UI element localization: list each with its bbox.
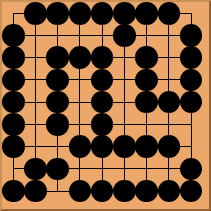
- intersection-r5c1[interactable]: [2, 91, 24, 113]
- intersection-r5c8[interactable]: [158, 91, 180, 113]
- intersection-r8c4[interactable]: [69, 158, 91, 180]
- black-stone: [158, 2, 181, 25]
- intersection-r4c2[interactable]: [24, 69, 46, 91]
- intersection-r8c9[interactable]: [180, 158, 202, 180]
- black-stone: [91, 2, 114, 25]
- intersection-r2c5[interactable]: [91, 24, 113, 46]
- intersection-r5c9[interactable]: [180, 91, 202, 113]
- intersection-r1c5[interactable]: [91, 2, 113, 24]
- intersection-r4c6[interactable]: [113, 69, 135, 91]
- black-stone: [91, 46, 114, 69]
- intersection-r3c6[interactable]: [113, 47, 135, 69]
- black-stone: [46, 69, 69, 92]
- intersection-r8c2[interactable]: [24, 158, 46, 180]
- black-stone: [135, 69, 158, 92]
- intersection-r6c8[interactable]: [158, 113, 180, 135]
- black-stone: [158, 135, 181, 158]
- intersection-r3c4[interactable]: [69, 47, 91, 69]
- black-stone: [69, 2, 92, 25]
- intersection-r7c6[interactable]: [113, 136, 135, 158]
- intersection-r8c8[interactable]: [158, 158, 180, 180]
- black-stone: [135, 135, 158, 158]
- intersection-r4c7[interactable]: [136, 69, 158, 91]
- intersection-r9c6[interactable]: [113, 180, 135, 202]
- intersection-r5c6[interactable]: [113, 91, 135, 113]
- intersection-r6c3[interactable]: [47, 113, 69, 135]
- intersection-r7c2[interactable]: [24, 136, 46, 158]
- intersection-r3c7[interactable]: [136, 47, 158, 69]
- intersection-r1c2[interactable]: [24, 2, 46, 24]
- intersection-r5c7[interactable]: [136, 91, 158, 113]
- black-stone: [91, 91, 114, 114]
- black-stone: [158, 180, 181, 203]
- intersection-r8c7[interactable]: [136, 158, 158, 180]
- intersection-r4c9[interactable]: [180, 69, 202, 91]
- black-stone: [24, 158, 47, 181]
- intersection-r2c7[interactable]: [136, 24, 158, 46]
- intersection-r9c7[interactable]: [136, 180, 158, 202]
- intersection-r9c1[interactable]: [2, 180, 24, 202]
- intersection-r1c4[interactable]: [69, 2, 91, 24]
- screenshot-root: [0, 0, 211, 211]
- intersection-r1c3[interactable]: [47, 2, 69, 24]
- intersection-r6c9[interactable]: [180, 113, 202, 135]
- intersection-r9c2[interactable]: [24, 180, 46, 202]
- intersection-r2c2[interactable]: [24, 24, 46, 46]
- black-stone: [135, 2, 158, 25]
- black-stone: [113, 24, 136, 47]
- intersection-r7c9[interactable]: [180, 136, 202, 158]
- intersection-r7c3[interactable]: [47, 136, 69, 158]
- black-stone: [46, 113, 69, 136]
- intersection-r4c3[interactable]: [47, 69, 69, 91]
- intersection-r3c5[interactable]: [91, 47, 113, 69]
- intersection-r7c7[interactable]: [136, 136, 158, 158]
- black-stone: [2, 113, 25, 136]
- intersection-r4c1[interactable]: [2, 69, 24, 91]
- black-stone: [24, 180, 47, 203]
- intersection-r6c7[interactable]: [136, 113, 158, 135]
- intersection-r7c5[interactable]: [91, 136, 113, 158]
- intersection-r1c6[interactable]: [113, 2, 135, 24]
- board-intersections: [2, 2, 202, 202]
- black-stone: [69, 46, 92, 69]
- black-stone: [180, 158, 203, 181]
- intersection-r7c4[interactable]: [69, 136, 91, 158]
- intersection-r8c3[interactable]: [47, 158, 69, 180]
- black-stone: [180, 91, 203, 114]
- black-stone: [2, 180, 25, 203]
- go-board: [0, 0, 211, 211]
- black-stone: [46, 91, 69, 114]
- intersection-r6c4[interactable]: [69, 113, 91, 135]
- intersection-r1c9[interactable]: [180, 2, 202, 24]
- black-stone: [180, 180, 203, 203]
- intersection-r8c1[interactable]: [2, 158, 24, 180]
- intersection-r4c8[interactable]: [158, 69, 180, 91]
- intersection-r5c3[interactable]: [47, 91, 69, 113]
- black-stone: [180, 69, 203, 92]
- intersection-r1c8[interactable]: [158, 2, 180, 24]
- black-stone: [113, 180, 136, 203]
- intersection-r6c1[interactable]: [2, 113, 24, 135]
- black-stone: [91, 180, 114, 203]
- intersection-r5c4[interactable]: [69, 91, 91, 113]
- intersection-r2c6[interactable]: [113, 24, 135, 46]
- intersection-r3c3[interactable]: [47, 47, 69, 69]
- intersection-r2c4[interactable]: [69, 24, 91, 46]
- intersection-r1c7[interactable]: [136, 2, 158, 24]
- intersection-r2c8[interactable]: [158, 24, 180, 46]
- black-stone: [180, 24, 203, 47]
- intersection-r9c9[interactable]: [180, 180, 202, 202]
- black-stone: [135, 91, 158, 114]
- intersection-r5c2[interactable]: [24, 91, 46, 113]
- intersection-r5c5[interactable]: [91, 91, 113, 113]
- intersection-r9c5[interactable]: [91, 180, 113, 202]
- black-stone: [135, 180, 158, 203]
- intersection-r1c1[interactable]: [2, 2, 24, 24]
- black-stone: [2, 24, 25, 47]
- intersection-r4c5[interactable]: [91, 69, 113, 91]
- intersection-r9c8[interactable]: [158, 180, 180, 202]
- intersection-r4c4[interactable]: [69, 69, 91, 91]
- intersection-r8c6[interactable]: [113, 158, 135, 180]
- black-stone: [91, 113, 114, 136]
- intersection-r8c5[interactable]: [91, 158, 113, 180]
- black-stone: [91, 69, 114, 92]
- black-stone: [24, 2, 47, 25]
- black-stone: [135, 46, 158, 69]
- black-stone: [180, 46, 203, 69]
- intersection-r7c1[interactable]: [2, 136, 24, 158]
- intersection-r6c2[interactable]: [24, 113, 46, 135]
- intersection-r6c6[interactable]: [113, 113, 135, 135]
- black-stone: [113, 2, 136, 25]
- intersection-r2c1[interactable]: [2, 24, 24, 46]
- intersection-r9c3[interactable]: [47, 180, 69, 202]
- black-stone: [69, 135, 92, 158]
- black-stone: [2, 46, 25, 69]
- black-stone: [69, 180, 92, 203]
- black-stone: [2, 69, 25, 92]
- black-stone: [46, 46, 69, 69]
- black-stone: [91, 135, 114, 158]
- black-stone: [2, 135, 25, 158]
- intersection-r6c5[interactable]: [91, 113, 113, 135]
- intersection-r3c8[interactable]: [158, 47, 180, 69]
- intersection-r9c4[interactable]: [69, 180, 91, 202]
- black-stone: [158, 91, 181, 114]
- intersection-r2c3[interactable]: [47, 24, 69, 46]
- intersection-r7c8[interactable]: [158, 136, 180, 158]
- intersection-r3c1[interactable]: [2, 47, 24, 69]
- black-stone: [2, 91, 25, 114]
- black-stone: [46, 2, 69, 25]
- intersection-r2c9[interactable]: [180, 24, 202, 46]
- black-stone: [46, 158, 69, 181]
- black-stone: [113, 135, 136, 158]
- intersection-r3c9[interactable]: [180, 47, 202, 69]
- intersection-r3c2[interactable]: [24, 47, 46, 69]
